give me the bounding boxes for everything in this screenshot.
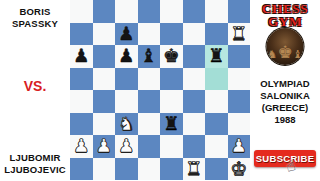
white-knight: ♞ xyxy=(118,113,135,136)
event-name: OLYMPIAD xyxy=(250,78,320,90)
black-rook: ♜ xyxy=(208,45,225,68)
square-f1[interactable]: ♜ xyxy=(183,158,206,181)
square-g6[interactable]: ♜ xyxy=(205,45,228,68)
square-a6[interactable]: ♟ xyxy=(70,45,93,68)
black-bishop: ♝ xyxy=(140,45,157,68)
square-a3[interactable] xyxy=(70,113,93,136)
square-a2[interactable]: ♟ xyxy=(70,135,93,158)
square-g3[interactable] xyxy=(205,113,228,136)
square-b1[interactable] xyxy=(93,158,116,181)
square-e1[interactable] xyxy=(160,158,183,181)
square-g4[interactable] xyxy=(205,90,228,113)
square-d3[interactable] xyxy=(138,113,161,136)
square-a7[interactable] xyxy=(70,23,93,46)
black-king: ♚ xyxy=(163,45,180,68)
square-e2[interactable] xyxy=(160,135,183,158)
logo-king-icon: ♚ xyxy=(277,44,292,65)
square-e8[interactable] xyxy=(160,0,183,23)
square-c5[interactable] xyxy=(115,68,138,91)
square-h2[interactable]: ♟ xyxy=(228,135,251,158)
square-h8[interactable] xyxy=(228,0,251,23)
logo-bishop-icon: ♝ xyxy=(293,49,303,65)
square-f5[interactable] xyxy=(183,68,206,91)
square-b7[interactable] xyxy=(93,23,116,46)
black-rook: ♜ xyxy=(163,113,180,136)
square-g8[interactable] xyxy=(205,0,228,23)
player-black-name: LJUBOMIR LJUBOJEVIC xyxy=(0,152,70,175)
player-black-last-name: LJUBOJEVIC xyxy=(0,164,70,176)
square-f7[interactable] xyxy=(183,23,206,46)
square-h1[interactable]: ♚ xyxy=(228,158,251,181)
square-d5[interactable] xyxy=(138,68,161,91)
square-g2[interactable] xyxy=(205,135,228,158)
square-g7[interactable] xyxy=(205,23,228,46)
square-f8[interactable] xyxy=(183,0,206,23)
square-d2[interactable] xyxy=(138,135,161,158)
square-g5[interactable] xyxy=(205,68,228,91)
square-b5[interactable] xyxy=(93,68,116,91)
square-e6[interactable]: ♚ xyxy=(160,45,183,68)
event-city: SALONIKA xyxy=(250,90,320,102)
video-thumbnail: BORIS SPASSKY VS. LJUBOMIR LJUBOJEVIC ♟♜… xyxy=(0,0,320,180)
channel-title: CHESS GYM xyxy=(250,3,320,28)
black-pawn: ♟ xyxy=(73,45,90,68)
vs-label: VS. xyxy=(0,78,70,94)
player-white-name: BORIS SPASSKY xyxy=(0,6,70,29)
square-a8[interactable] xyxy=(70,0,93,23)
white-pawn: ♟ xyxy=(118,135,135,158)
square-g1[interactable] xyxy=(205,158,228,181)
square-c4[interactable] xyxy=(115,90,138,113)
white-rook: ♜ xyxy=(185,158,202,181)
square-c7[interactable]: ♟ xyxy=(115,23,138,46)
square-e5[interactable] xyxy=(160,68,183,91)
square-c8[interactable] xyxy=(115,0,138,23)
right-panel: CHESS GYM ♞ ♚ ♝ OLYMPIAD SALONIKA (GREEC… xyxy=(250,0,320,180)
square-h4[interactable] xyxy=(228,90,251,113)
square-a4[interactable] xyxy=(70,90,93,113)
square-b6[interactable] xyxy=(93,45,116,68)
white-king: ♚ xyxy=(230,158,247,181)
white-pawn: ♟ xyxy=(73,135,90,158)
event-country: (GREECE) xyxy=(250,102,320,114)
black-pawn: ♟ xyxy=(118,45,135,68)
event-details: OLYMPIAD SALONIKA (GREECE) 1988 xyxy=(250,78,320,126)
square-f6[interactable] xyxy=(183,45,206,68)
channel-title-line2: GYM xyxy=(250,16,320,29)
player-white-last-name: SPASSKY xyxy=(0,18,70,30)
square-h5[interactable] xyxy=(228,68,251,91)
logo-knight-icon: ♞ xyxy=(268,49,278,65)
square-h7[interactable]: ♜ xyxy=(228,23,251,46)
square-f4[interactable] xyxy=(183,90,206,113)
square-c1[interactable] xyxy=(115,158,138,181)
square-d1[interactable] xyxy=(138,158,161,181)
square-c3[interactable]: ♞ xyxy=(115,113,138,136)
square-d4[interactable] xyxy=(138,90,161,113)
square-f3[interactable] xyxy=(183,113,206,136)
square-c6[interactable]: ♟ xyxy=(115,45,138,68)
square-f2[interactable] xyxy=(183,135,206,158)
square-h3[interactable] xyxy=(228,113,251,136)
square-b3[interactable] xyxy=(93,113,116,136)
square-d8[interactable] xyxy=(138,0,161,23)
white-pawn: ♟ xyxy=(95,135,112,158)
square-e3[interactable]: ♜ xyxy=(160,113,183,136)
square-d6[interactable]: ♝ xyxy=(138,45,161,68)
white-pawn: ♟ xyxy=(230,135,247,158)
square-d7[interactable] xyxy=(138,23,161,46)
square-h6[interactable] xyxy=(228,45,251,68)
square-e4[interactable] xyxy=(160,90,183,113)
chess-board: ♟♜♟♟♝♚♜♞♜♟♟♟♟♜♚ xyxy=(70,0,250,180)
white-rook: ♜ xyxy=(230,23,247,46)
chess-gym-logo: ♞ ♚ ♝ xyxy=(267,28,304,65)
square-b2[interactable]: ♟ xyxy=(93,135,116,158)
player-black-first-name: LJUBOMIR xyxy=(0,152,70,164)
black-pawn: ♟ xyxy=(118,23,135,46)
square-a1[interactable] xyxy=(70,158,93,181)
square-c2[interactable]: ♟ xyxy=(115,135,138,158)
square-a5[interactable] xyxy=(70,68,93,91)
square-e7[interactable] xyxy=(160,23,183,46)
left-panel: BORIS SPASSKY VS. LJUBOMIR LJUBOJEVIC xyxy=(0,0,70,180)
event-year: 1988 xyxy=(250,114,320,126)
square-b8[interactable] xyxy=(93,0,116,23)
square-b4[interactable] xyxy=(93,90,116,113)
player-white-first-name: BORIS xyxy=(0,6,70,18)
